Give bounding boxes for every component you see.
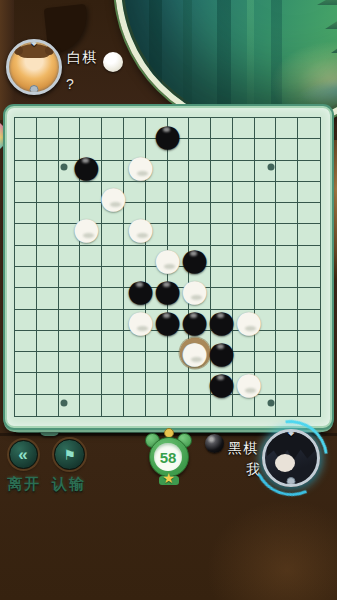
board-cell[interactable] bbox=[181, 421, 208, 428]
board-cell[interactable]: ● bbox=[127, 151, 154, 182]
board-cell[interactable] bbox=[20, 182, 37, 213]
board-cell[interactable] bbox=[100, 120, 127, 151]
board-cell[interactable] bbox=[154, 407, 181, 414]
board-cell[interactable] bbox=[38, 244, 55, 275]
board-cell[interactable] bbox=[154, 182, 181, 213]
board-cell[interactable] bbox=[280, 182, 297, 213]
board-cell[interactable] bbox=[100, 213, 127, 244]
board-cell[interactable] bbox=[100, 151, 127, 182]
board-cell[interactable] bbox=[20, 306, 37, 337]
board-cell[interactable] bbox=[55, 275, 72, 306]
board-cell[interactable] bbox=[208, 106, 235, 113]
board-cell[interactable] bbox=[73, 106, 100, 113]
board-cell[interactable] bbox=[3, 151, 20, 182]
board-cell[interactable] bbox=[100, 399, 127, 406]
board-cell[interactable] bbox=[38, 414, 55, 421]
white-stone-icon bbox=[103, 52, 123, 72]
wood-highlight bbox=[207, 500, 337, 600]
board-cell[interactable] bbox=[38, 337, 55, 368]
board-cell[interactable] bbox=[127, 407, 154, 414]
black-stone: ● bbox=[73, 151, 100, 182]
avatar-gem-icon bbox=[287, 477, 296, 486]
board-cell[interactable] bbox=[181, 213, 208, 244]
board-cell[interactable] bbox=[280, 368, 297, 399]
board-cell[interactable] bbox=[297, 407, 314, 414]
board-cell[interactable] bbox=[20, 120, 37, 151]
board-cell[interactable] bbox=[20, 421, 37, 428]
board-cell[interactable] bbox=[280, 113, 297, 120]
board-cell[interactable] bbox=[315, 213, 332, 244]
board-cell[interactable] bbox=[73, 407, 100, 414]
board-cell[interactable] bbox=[315, 407, 332, 414]
black-stone: ● bbox=[181, 306, 208, 337]
board-cell[interactable] bbox=[208, 182, 235, 213]
board-cell[interactable] bbox=[154, 414, 181, 421]
board-cell[interactable] bbox=[315, 337, 332, 368]
board-cell[interactable] bbox=[262, 106, 279, 113]
board-cell[interactable] bbox=[38, 421, 55, 428]
board-cell[interactable] bbox=[55, 306, 72, 337]
white-stone: ● bbox=[181, 337, 208, 368]
avatar-gem-icon bbox=[30, 85, 39, 94]
board-cell[interactable] bbox=[20, 113, 37, 120]
board-cell[interactable] bbox=[3, 113, 20, 120]
board-cell[interactable] bbox=[127, 414, 154, 421]
board-cell[interactable] bbox=[262, 244, 279, 275]
black-stone: ● bbox=[208, 306, 235, 337]
board-cell[interactable] bbox=[262, 407, 279, 414]
board-cell[interactable] bbox=[100, 337, 127, 368]
board-cell[interactable] bbox=[280, 399, 297, 406]
board-cell[interactable] bbox=[3, 213, 20, 244]
white-stone: ● bbox=[100, 182, 127, 213]
board-cell[interactable] bbox=[262, 151, 279, 182]
board-cell[interactable] bbox=[208, 120, 235, 151]
board-cell[interactable]: ● bbox=[181, 306, 208, 337]
board-cell[interactable] bbox=[154, 399, 181, 406]
board-cell[interactable]: ● bbox=[100, 182, 127, 213]
board-cell[interactable]: ● bbox=[208, 368, 235, 399]
board-cell[interactable] bbox=[262, 368, 279, 399]
board-cell[interactable] bbox=[73, 368, 100, 399]
board-cell[interactable] bbox=[20, 407, 37, 414]
board-cell[interactable] bbox=[235, 113, 262, 120]
board-cell[interactable] bbox=[297, 244, 314, 275]
board-cell[interactable]: ● bbox=[127, 213, 154, 244]
board-cell[interactable] bbox=[280, 337, 297, 368]
board-cell[interactable] bbox=[3, 244, 20, 275]
board-cell[interactable] bbox=[154, 213, 181, 244]
board-cell[interactable]: ● bbox=[127, 275, 154, 306]
resign-button[interactable]: ⚑ bbox=[54, 439, 85, 470]
board-cell[interactable]: ● bbox=[154, 120, 181, 151]
board-cell[interactable] bbox=[100, 244, 127, 275]
board-cell[interactable] bbox=[127, 368, 154, 399]
board-cell[interactable] bbox=[38, 151, 55, 182]
board-cell[interactable] bbox=[235, 182, 262, 213]
board-cell[interactable] bbox=[181, 151, 208, 182]
board-cell[interactable] bbox=[38, 275, 55, 306]
board-cell[interactable] bbox=[55, 120, 72, 151]
board-cell[interactable] bbox=[297, 113, 314, 120]
board-cell[interactable] bbox=[127, 421, 154, 428]
board-cell[interactable] bbox=[127, 244, 154, 275]
board-cell[interactable] bbox=[297, 399, 314, 406]
board-cell[interactable] bbox=[55, 244, 72, 275]
white-stone: ● bbox=[154, 244, 181, 275]
board-cell[interactable] bbox=[127, 182, 154, 213]
board-cell[interactable] bbox=[280, 275, 297, 306]
board-cell[interactable] bbox=[315, 306, 332, 337]
board-cell[interactable] bbox=[38, 120, 55, 151]
board-cell[interactable] bbox=[154, 106, 181, 113]
board-cell[interactable] bbox=[3, 306, 20, 337]
board-cell[interactable] bbox=[127, 106, 154, 113]
board-cell[interactable] bbox=[100, 275, 127, 306]
resign-button-label[interactable]: 认输 bbox=[47, 475, 91, 494]
board-cell[interactable] bbox=[3, 106, 20, 113]
board-cell[interactable] bbox=[154, 151, 181, 182]
board-cell[interactable] bbox=[3, 337, 20, 368]
board-cell[interactable] bbox=[73, 421, 100, 428]
board-cell[interactable] bbox=[181, 414, 208, 421]
board-cell[interactable] bbox=[235, 414, 262, 421]
board-cell[interactable] bbox=[262, 306, 279, 337]
board-cell[interactable] bbox=[297, 368, 314, 399]
board-cell[interactable] bbox=[208, 414, 235, 421]
board-cell[interactable] bbox=[55, 182, 72, 213]
board-cell[interactable] bbox=[181, 399, 208, 406]
board-cell[interactable] bbox=[73, 182, 100, 213]
board-foot bbox=[40, 427, 59, 436]
board-cell[interactable] bbox=[20, 337, 37, 368]
gomoku-app-screen: { "game": "gomoku", "meta": { "board_siz… bbox=[0, 0, 337, 600]
white-stone: ● bbox=[127, 306, 154, 337]
white-stone: ● bbox=[181, 275, 208, 306]
board-cell[interactable] bbox=[315, 368, 332, 399]
board-grid[interactable]: ●●●●●●●●●●●●●●●●●●●● bbox=[3, 106, 332, 427]
board-cell[interactable] bbox=[297, 306, 314, 337]
board-cell[interactable] bbox=[315, 113, 332, 120]
board-cell[interactable] bbox=[55, 407, 72, 414]
board-cell[interactable] bbox=[315, 106, 332, 113]
board-cell[interactable]: ● bbox=[208, 306, 235, 337]
board-cell[interactable] bbox=[154, 368, 181, 399]
board-cell[interactable] bbox=[315, 399, 332, 406]
board-cell[interactable] bbox=[297, 213, 314, 244]
board-cell[interactable] bbox=[38, 399, 55, 406]
white-stone: ● bbox=[235, 306, 262, 337]
board-cell[interactable]: ● bbox=[181, 244, 208, 275]
board-cell[interactable]: ● bbox=[181, 337, 208, 368]
board-cell[interactable]: ● bbox=[181, 275, 208, 306]
board-cell[interactable] bbox=[280, 213, 297, 244]
board-cell[interactable] bbox=[38, 182, 55, 213]
board-cell[interactable] bbox=[315, 151, 332, 182]
white-stone: ● bbox=[127, 151, 154, 182]
opponent-avatar[interactable]: ◆ bbox=[6, 39, 62, 95]
board-cell[interactable] bbox=[38, 113, 55, 120]
board-cell[interactable] bbox=[38, 368, 55, 399]
board-cell[interactable] bbox=[55, 106, 72, 113]
board-cell[interactable] bbox=[181, 113, 208, 120]
black-stone: ● bbox=[154, 306, 181, 337]
board-cell[interactable] bbox=[262, 113, 279, 120]
leave-button-label[interactable]: 离开 bbox=[2, 475, 46, 494]
board-cell[interactable] bbox=[280, 407, 297, 414]
board-cell[interactable] bbox=[181, 368, 208, 399]
board-cell[interactable] bbox=[280, 151, 297, 182]
board-cell[interactable] bbox=[3, 399, 20, 406]
board-cell[interactable] bbox=[262, 414, 279, 421]
board-cell[interactable] bbox=[297, 414, 314, 421]
board-cell[interactable] bbox=[154, 421, 181, 428]
board-cell[interactable] bbox=[235, 120, 262, 151]
black-stone: ● bbox=[127, 275, 154, 306]
player-avatar[interactable]: ◆ bbox=[262, 429, 320, 487]
board-cell[interactable] bbox=[235, 244, 262, 275]
board-cell[interactable] bbox=[55, 151, 72, 182]
board-cell[interactable] bbox=[235, 213, 262, 244]
board-cell[interactable] bbox=[73, 120, 100, 151]
board-cell[interactable] bbox=[73, 113, 100, 120]
board-cell[interactable] bbox=[262, 182, 279, 213]
board-cell[interactable] bbox=[181, 120, 208, 151]
board-cell[interactable] bbox=[262, 399, 279, 406]
board-cell[interactable] bbox=[73, 244, 100, 275]
board-cell[interactable] bbox=[100, 306, 127, 337]
black-stone: ● bbox=[181, 244, 208, 275]
board-cell[interactable]: ● bbox=[73, 151, 100, 182]
board-cell[interactable] bbox=[3, 275, 20, 306]
board-cell[interactable] bbox=[315, 414, 332, 421]
board-cell[interactable] bbox=[280, 306, 297, 337]
board-cell[interactable] bbox=[297, 337, 314, 368]
opponent-rating: ? bbox=[66, 76, 74, 92]
board-cell[interactable] bbox=[3, 414, 20, 421]
board-cell[interactable] bbox=[297, 275, 314, 306]
board-cell[interactable] bbox=[3, 421, 20, 428]
board-cell[interactable]: ● bbox=[154, 244, 181, 275]
board-cell[interactable]: ● bbox=[208, 337, 235, 368]
leave-button[interactable]: « bbox=[9, 440, 38, 469]
board-cell[interactable] bbox=[20, 151, 37, 182]
timer-seconds: 58 bbox=[154, 443, 182, 471]
board-cell[interactable] bbox=[262, 213, 279, 244]
board-cell[interactable] bbox=[55, 414, 72, 421]
black-stone: ● bbox=[208, 368, 235, 399]
board-cell[interactable] bbox=[208, 407, 235, 414]
board-cell[interactable] bbox=[235, 106, 262, 113]
board-cell[interactable] bbox=[20, 399, 37, 406]
board-cell[interactable]: ● bbox=[73, 213, 100, 244]
board-cell[interactable] bbox=[208, 151, 235, 182]
board-cell[interactable] bbox=[181, 407, 208, 414]
board-cell[interactable] bbox=[181, 182, 208, 213]
board-cell[interactable] bbox=[127, 113, 154, 120]
board-cell[interactable] bbox=[235, 275, 262, 306]
board-cell[interactable] bbox=[315, 182, 332, 213]
board-cell[interactable] bbox=[73, 275, 100, 306]
white-stone: ● bbox=[127, 213, 154, 244]
back-chevrons-icon: « bbox=[18, 445, 25, 465]
avatar-crest-icon: ◆ bbox=[288, 429, 294, 437]
black-stone: ● bbox=[208, 337, 235, 368]
board-cell[interactable]: ● bbox=[154, 306, 181, 337]
board-cell[interactable] bbox=[181, 106, 208, 113]
board-cell[interactable] bbox=[38, 213, 55, 244]
avatar-crest-icon: ◆ bbox=[31, 39, 37, 47]
avatar-hair-bun bbox=[14, 46, 23, 55]
gomoku-board: ●●●●●●●●●●●●●●●●●●●● bbox=[5, 106, 332, 428]
board-cell[interactable] bbox=[262, 275, 279, 306]
board-cell[interactable] bbox=[38, 306, 55, 337]
board-cell[interactable] bbox=[235, 337, 262, 368]
board-cell[interactable] bbox=[100, 407, 127, 414]
board-cell[interactable] bbox=[100, 421, 127, 428]
move-timer: 58 ★ bbox=[146, 429, 191, 487]
opponent-name-label: 白棋 bbox=[67, 49, 97, 67]
board-cell[interactable] bbox=[127, 337, 154, 368]
board-cell[interactable]: ● bbox=[235, 368, 262, 399]
board-cell[interactable] bbox=[297, 120, 314, 151]
board-cell[interactable] bbox=[73, 337, 100, 368]
board-cell[interactable] bbox=[3, 120, 20, 151]
board-cell[interactable]: ● bbox=[235, 306, 262, 337]
board-cell[interactable] bbox=[100, 113, 127, 120]
board-cell[interactable] bbox=[55, 213, 72, 244]
board-cell[interactable] bbox=[55, 368, 72, 399]
board-cell[interactable] bbox=[20, 213, 37, 244]
board-cell[interactable] bbox=[297, 151, 314, 182]
board-cell[interactable] bbox=[100, 414, 127, 421]
board-cell[interactable] bbox=[3, 182, 20, 213]
board-cell[interactable] bbox=[73, 414, 100, 421]
board-cell[interactable] bbox=[38, 407, 55, 414]
board-cell[interactable] bbox=[100, 106, 127, 113]
board-cell[interactable] bbox=[235, 421, 262, 428]
board-cell[interactable] bbox=[315, 120, 332, 151]
board-cell[interactable] bbox=[235, 407, 262, 414]
board-cell[interactable] bbox=[235, 151, 262, 182]
board-cell[interactable] bbox=[208, 421, 235, 428]
board-cell[interactable] bbox=[262, 337, 279, 368]
board-cell[interactable] bbox=[55, 337, 72, 368]
board-cell[interactable] bbox=[208, 113, 235, 120]
avatar-hair-bun bbox=[45, 46, 54, 55]
board-cell[interactable] bbox=[20, 368, 37, 399]
board-cell[interactable] bbox=[20, 414, 37, 421]
flag-icon: ⚑ bbox=[63, 447, 76, 463]
board-cell[interactable] bbox=[297, 106, 314, 113]
board-cell[interactable] bbox=[280, 244, 297, 275]
board-cell[interactable]: ● bbox=[154, 275, 181, 306]
board-cell[interactable] bbox=[262, 120, 279, 151]
board-cell[interactable] bbox=[73, 306, 100, 337]
board-cell[interactable] bbox=[315, 275, 332, 306]
board-cell[interactable] bbox=[127, 399, 154, 406]
board-cell[interactable] bbox=[208, 213, 235, 244]
board-cell[interactable] bbox=[55, 421, 72, 428]
board-cell[interactable] bbox=[154, 337, 181, 368]
board-cell[interactable] bbox=[20, 106, 37, 113]
board-cell[interactable] bbox=[20, 275, 37, 306]
board-cell[interactable] bbox=[208, 244, 235, 275]
board-cell[interactable] bbox=[55, 113, 72, 120]
board-cell[interactable] bbox=[315, 244, 332, 275]
black-stone: ● bbox=[154, 275, 181, 306]
board-cell[interactable]: ● bbox=[127, 306, 154, 337]
white-stone: ● bbox=[73, 213, 100, 244]
board-cell[interactable] bbox=[315, 421, 332, 428]
black-stone-icon bbox=[205, 434, 224, 453]
white-stone: ● bbox=[235, 368, 262, 399]
board-cell[interactable] bbox=[55, 399, 72, 406]
board-cell[interactable] bbox=[297, 182, 314, 213]
black-stone: ● bbox=[154, 120, 181, 151]
board-cell[interactable] bbox=[280, 106, 297, 113]
board-cell[interactable] bbox=[3, 407, 20, 414]
board-cell[interactable] bbox=[73, 399, 100, 406]
star-icon: ★ bbox=[162, 470, 175, 486]
board-cell[interactable] bbox=[3, 368, 20, 399]
board-cell[interactable] bbox=[100, 368, 127, 399]
board-cell[interactable] bbox=[280, 120, 297, 151]
avatar-face bbox=[275, 454, 295, 472]
board-cell[interactable] bbox=[127, 120, 154, 151]
board-cell[interactable] bbox=[20, 244, 37, 275]
board-cell[interactable] bbox=[38, 106, 55, 113]
board-cell[interactable] bbox=[208, 275, 235, 306]
